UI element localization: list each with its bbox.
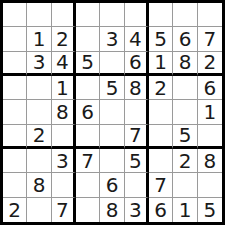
sudoku-diagram: 1234567345618215826861275375288672783615 [0,0,225,225]
cell-r9c7: 6 [149,198,173,222]
cell-r6c2: 2 [27,125,51,149]
cell-r2c8: 6 [173,27,197,51]
cell-r9c1: 2 [3,198,27,222]
cell-r4c5: 5 [100,76,124,100]
cell-r7c7[interactable] [149,149,173,173]
cell-r8c2: 8 [27,173,51,197]
cell-r2c3: 2 [52,27,76,51]
cell-r9c2[interactable] [27,198,51,222]
cell-r6c8: 5 [173,125,197,149]
cell-r9c3: 7 [52,198,76,222]
cell-r2c1[interactable] [3,27,27,51]
cell-r7c5[interactable] [100,149,124,173]
cell-r8c8[interactable] [173,173,197,197]
cell-r2c9: 7 [198,27,222,51]
cell-r9c6: 3 [125,198,149,222]
cell-r4c3: 1 [52,76,76,100]
cell-r6c9[interactable] [198,125,222,149]
cell-r6c1[interactable] [3,125,27,149]
cell-r5c9: 1 [198,100,222,124]
cell-r4c9: 6 [198,76,222,100]
cell-r3c9: 2 [198,52,222,76]
cell-r7c8: 2 [173,149,197,173]
cell-r1c9[interactable] [198,3,222,27]
cell-r3c7: 1 [149,52,173,76]
cell-r7c3: 3 [52,149,76,173]
cell-r5c6[interactable] [125,100,149,124]
cell-r4c7: 2 [149,76,173,100]
cell-r1c3[interactable] [52,3,76,27]
cell-r1c7[interactable] [149,3,173,27]
cell-r6c3[interactable] [52,125,76,149]
cell-r7c9: 8 [198,149,222,173]
cell-r7c6: 5 [125,149,149,173]
cell-r8c1[interactable] [3,173,27,197]
cell-r2c4[interactable] [76,27,100,51]
cell-r5c4: 6 [76,100,100,124]
sudoku-board: 1234567345618215826861275375288672783615 [0,0,225,225]
cell-r7c4: 7 [76,149,100,173]
cell-r3c1[interactable] [3,52,27,76]
cell-r5c1[interactable] [3,100,27,124]
cell-r9c4[interactable] [76,198,100,222]
cell-r7c2[interactable] [27,149,51,173]
cell-r6c5[interactable] [100,125,124,149]
cell-r9c8: 1 [173,198,197,222]
cell-r5c5[interactable] [100,100,124,124]
cell-r4c6: 8 [125,76,149,100]
cell-r4c4[interactable] [76,76,100,100]
cell-r4c2[interactable] [27,76,51,100]
cell-r5c8[interactable] [173,100,197,124]
cell-r5c3: 8 [52,100,76,124]
cell-r9c9: 5 [198,198,222,222]
cell-r3c5[interactable] [100,52,124,76]
cell-r5c7[interactable] [149,100,173,124]
cell-r1c5[interactable] [100,3,124,27]
cell-r2c7: 5 [149,27,173,51]
cell-r8c5: 6 [100,173,124,197]
cell-r1c2[interactable] [27,3,51,27]
cell-r3c3: 4 [52,52,76,76]
cell-r6c6: 7 [125,125,149,149]
cell-r8c9[interactable] [198,173,222,197]
cell-r2c5: 3 [100,27,124,51]
cell-r8c6[interactable] [125,173,149,197]
cell-r5c2[interactable] [27,100,51,124]
cell-r6c7[interactable] [149,125,173,149]
cell-r1c8[interactable] [173,3,197,27]
cell-r4c1[interactable] [3,76,27,100]
cell-r7c1[interactable] [3,149,27,173]
cell-r9c5: 8 [100,198,124,222]
cell-r4c8[interactable] [173,76,197,100]
cell-r8c3[interactable] [52,173,76,197]
cell-r1c6[interactable] [125,3,149,27]
cell-r2c6: 4 [125,27,149,51]
cell-r1c1[interactable] [3,3,27,27]
cell-r3c4: 5 [76,52,100,76]
cell-r2c2: 1 [27,27,51,51]
cell-r1c4[interactable] [76,3,100,27]
cell-r8c4[interactable] [76,173,100,197]
cell-r3c6: 6 [125,52,149,76]
cell-r3c8: 8 [173,52,197,76]
cell-r8c7: 7 [149,173,173,197]
cell-r3c2: 3 [27,52,51,76]
cell-r6c4[interactable] [76,125,100,149]
